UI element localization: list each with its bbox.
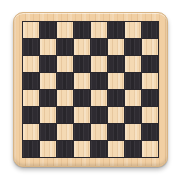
square-b3[interactable]: [40, 107, 56, 123]
square-b2[interactable]: [40, 124, 56, 140]
square-g7[interactable]: [125, 39, 141, 55]
square-e6[interactable]: [91, 56, 107, 72]
square-a6[interactable]: [23, 56, 39, 72]
square-c7[interactable]: [57, 39, 73, 55]
square-h3[interactable]: [142, 107, 158, 123]
square-b5[interactable]: [40, 73, 56, 89]
square-d7[interactable]: [74, 39, 90, 55]
square-f3[interactable]: [108, 107, 124, 123]
square-d5[interactable]: [74, 73, 90, 89]
square-f5[interactable]: [108, 73, 124, 89]
square-d8[interactable]: [74, 22, 90, 38]
square-g6[interactable]: [125, 56, 141, 72]
square-e1[interactable]: [91, 141, 107, 157]
square-b1[interactable]: [40, 141, 56, 157]
square-c6[interactable]: [57, 56, 73, 72]
square-b8[interactable]: [40, 22, 56, 38]
square-c5[interactable]: [57, 73, 73, 89]
square-c3[interactable]: [57, 107, 73, 123]
square-f1[interactable]: [108, 141, 124, 157]
square-d4[interactable]: [74, 90, 90, 106]
square-d3[interactable]: [74, 107, 90, 123]
square-a8[interactable]: [23, 22, 39, 38]
square-f7[interactable]: [108, 39, 124, 55]
square-c1[interactable]: [57, 141, 73, 157]
square-g1[interactable]: [125, 141, 141, 157]
square-g5[interactable]: [125, 73, 141, 89]
square-h1[interactable]: [142, 141, 158, 157]
square-c8[interactable]: [57, 22, 73, 38]
square-a2[interactable]: [23, 124, 39, 140]
square-g3[interactable]: [125, 107, 141, 123]
square-d6[interactable]: [74, 56, 90, 72]
square-h2[interactable]: [142, 124, 158, 140]
photo-background: [0, 0, 180, 180]
square-d2[interactable]: [74, 124, 90, 140]
square-e3[interactable]: [91, 107, 107, 123]
square-h6[interactable]: [142, 56, 158, 72]
square-g8[interactable]: [125, 22, 141, 38]
square-a3[interactable]: [23, 107, 39, 123]
square-h4[interactable]: [142, 90, 158, 106]
square-c4[interactable]: [57, 90, 73, 106]
square-e8[interactable]: [91, 22, 107, 38]
square-f2[interactable]: [108, 124, 124, 140]
square-f8[interactable]: [108, 22, 124, 38]
square-b4[interactable]: [40, 90, 56, 106]
square-g4[interactable]: [125, 90, 141, 106]
square-f6[interactable]: [108, 56, 124, 72]
square-h5[interactable]: [142, 73, 158, 89]
checkerboard-grid: [22, 21, 159, 158]
square-e5[interactable]: [91, 73, 107, 89]
wooden-board-frame: [13, 12, 168, 167]
square-h8[interactable]: [142, 22, 158, 38]
square-d1[interactable]: [74, 141, 90, 157]
square-f4[interactable]: [108, 90, 124, 106]
square-c2[interactable]: [57, 124, 73, 140]
square-a5[interactable]: [23, 73, 39, 89]
square-b7[interactable]: [40, 39, 56, 55]
square-e4[interactable]: [91, 90, 107, 106]
square-b6[interactable]: [40, 56, 56, 72]
square-e2[interactable]: [91, 124, 107, 140]
square-a1[interactable]: [23, 141, 39, 157]
square-g2[interactable]: [125, 124, 141, 140]
square-e7[interactable]: [91, 39, 107, 55]
square-a4[interactable]: [23, 90, 39, 106]
square-h7[interactable]: [142, 39, 158, 55]
square-a7[interactable]: [23, 39, 39, 55]
